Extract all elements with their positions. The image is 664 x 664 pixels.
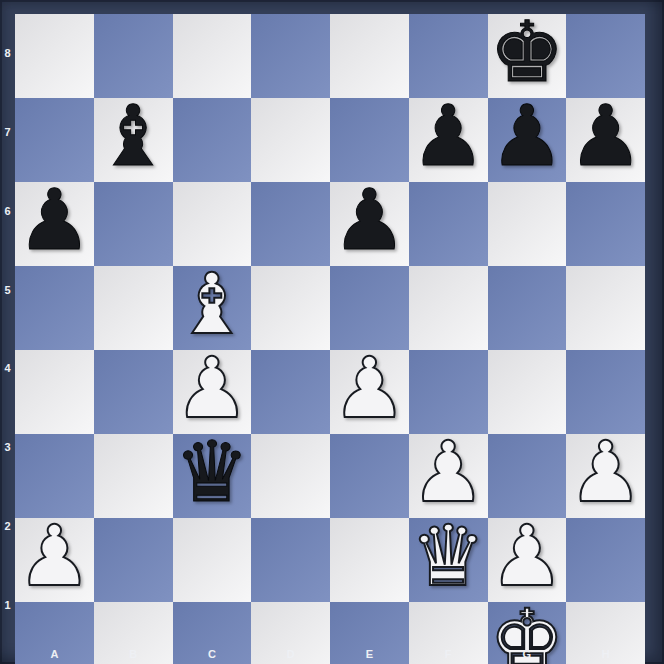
- square-h2[interactable]: [566, 518, 645, 602]
- square-e4[interactable]: ♟: [330, 350, 409, 434]
- square-b5[interactable]: [94, 266, 173, 350]
- square-e6[interactable]: ♟: [330, 182, 409, 266]
- square-b6[interactable]: [94, 182, 173, 266]
- rank-label-7: 7: [0, 93, 15, 172]
- square-g7[interactable]: ♟: [488, 98, 567, 182]
- square-c4[interactable]: ♟: [173, 350, 252, 434]
- rank-label-5: 5: [0, 250, 15, 329]
- file-label-c: C: [173, 644, 252, 664]
- file-label-a: A: [15, 644, 94, 664]
- square-h6[interactable]: [566, 182, 645, 266]
- piece-black-king-g8[interactable]: ♚: [489, 10, 564, 94]
- square-d5[interactable]: [251, 266, 330, 350]
- square-d7[interactable]: [251, 98, 330, 182]
- piece-black-pawn-f7[interactable]: ♟: [410, 94, 485, 178]
- rank-label-6: 6: [0, 172, 15, 251]
- piece-white-pawn-e4[interactable]: ♟: [332, 346, 407, 430]
- square-g3[interactable]: [488, 434, 567, 518]
- square-c7[interactable]: [173, 98, 252, 182]
- piece-white-bishop-c5[interactable]: ♝: [174, 262, 249, 346]
- piece-black-pawn-a6[interactable]: ♟: [17, 178, 92, 262]
- square-g6[interactable]: [488, 182, 567, 266]
- square-g4[interactable]: [488, 350, 567, 434]
- square-a3[interactable]: [15, 434, 94, 518]
- square-e8[interactable]: [330, 14, 409, 98]
- square-e5[interactable]: [330, 266, 409, 350]
- square-b2[interactable]: [94, 518, 173, 602]
- square-b7[interactable]: ♝: [94, 98, 173, 182]
- piece-black-pawn-e6[interactable]: ♟: [332, 178, 407, 262]
- square-g8[interactable]: ♚: [488, 14, 567, 98]
- file-label-d: D: [251, 644, 330, 664]
- piece-white-pawn-g2[interactable]: ♟: [489, 514, 564, 598]
- piece-black-queen-c3[interactable]: ♛: [174, 430, 249, 514]
- square-b8[interactable]: [94, 14, 173, 98]
- square-a5[interactable]: [15, 266, 94, 350]
- rank-labels: 87654321: [0, 14, 15, 644]
- square-d2[interactable]: [251, 518, 330, 602]
- piece-white-pawn-f3[interactable]: ♟: [410, 430, 485, 514]
- file-label-f: F: [409, 644, 488, 664]
- square-f2[interactable]: ♛: [409, 518, 488, 602]
- square-d6[interactable]: [251, 182, 330, 266]
- piece-white-queen-f2[interactable]: ♛: [410, 514, 485, 598]
- rank-label-2: 2: [0, 487, 15, 566]
- file-label-g: G: [488, 644, 567, 664]
- piece-white-pawn-c4[interactable]: ♟: [174, 346, 249, 430]
- square-a2[interactable]: ♟: [15, 518, 94, 602]
- square-c2[interactable]: [173, 518, 252, 602]
- piece-white-pawn-a2[interactable]: ♟: [17, 514, 92, 598]
- square-e7[interactable]: [330, 98, 409, 182]
- rank-label-4: 4: [0, 329, 15, 408]
- piece-white-pawn-h3[interactable]: ♟: [568, 430, 643, 514]
- rank-label-3: 3: [0, 408, 15, 487]
- square-c5[interactable]: ♝: [173, 266, 252, 350]
- file-label-h: H: [566, 644, 645, 664]
- square-f5[interactable]: [409, 266, 488, 350]
- file-label-e: E: [330, 644, 409, 664]
- chess-board: ♚♝♟♟♟♟♟♝♟♟♛♟♟♟♛♟♚: [15, 14, 645, 644]
- square-e3[interactable]: [330, 434, 409, 518]
- square-d3[interactable]: [251, 434, 330, 518]
- square-h7[interactable]: ♟: [566, 98, 645, 182]
- square-h4[interactable]: [566, 350, 645, 434]
- square-a4[interactable]: [15, 350, 94, 434]
- square-h8[interactable]: [566, 14, 645, 98]
- square-c6[interactable]: [173, 182, 252, 266]
- square-d8[interactable]: [251, 14, 330, 98]
- square-a8[interactable]: [15, 14, 94, 98]
- square-f8[interactable]: [409, 14, 488, 98]
- square-g5[interactable]: [488, 266, 567, 350]
- chess-board-window: 87654321 ♚♝♟♟♟♟♟♝♟♟♛♟♟♟♛♟♚ ABCDEFGH: [0, 0, 664, 664]
- square-d4[interactable]: [251, 350, 330, 434]
- square-e2[interactable]: [330, 518, 409, 602]
- square-f4[interactable]: [409, 350, 488, 434]
- square-b4[interactable]: [94, 350, 173, 434]
- square-a7[interactable]: [15, 98, 94, 182]
- square-g2[interactable]: ♟: [488, 518, 567, 602]
- square-f3[interactable]: ♟: [409, 434, 488, 518]
- square-f7[interactable]: ♟: [409, 98, 488, 182]
- square-c3[interactable]: ♛: [173, 434, 252, 518]
- square-b3[interactable]: [94, 434, 173, 518]
- rank-label-8: 8: [0, 14, 15, 93]
- square-h5[interactable]: [566, 266, 645, 350]
- rank-label-1: 1: [0, 565, 15, 644]
- piece-black-pawn-g7[interactable]: ♟: [489, 94, 564, 178]
- square-f6[interactable]: [409, 182, 488, 266]
- square-a6[interactable]: ♟: [15, 182, 94, 266]
- piece-black-bishop-b7[interactable]: ♝: [95, 94, 170, 178]
- file-labels: ABCDEFGH: [15, 644, 645, 664]
- square-c8[interactable]: [173, 14, 252, 98]
- piece-black-pawn-h7[interactable]: ♟: [568, 94, 643, 178]
- file-label-b: B: [94, 644, 173, 664]
- square-h3[interactable]: ♟: [566, 434, 645, 518]
